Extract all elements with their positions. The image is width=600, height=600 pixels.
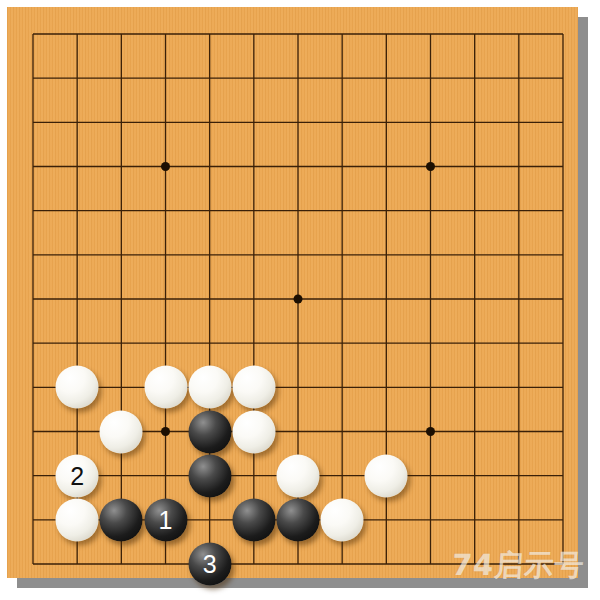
stone-white xyxy=(56,366,99,409)
watermark: 74启示号 xyxy=(450,546,585,586)
star-point xyxy=(161,427,170,436)
star-point xyxy=(161,162,170,171)
stone-black xyxy=(100,498,143,541)
stone-black xyxy=(232,498,275,541)
stone-white xyxy=(232,366,275,409)
stone-black: 1 xyxy=(144,498,187,541)
stone-black xyxy=(277,498,320,541)
stone-white xyxy=(232,410,275,453)
stone-white xyxy=(188,366,231,409)
stone-black xyxy=(188,410,231,453)
stone-black xyxy=(188,454,231,497)
star-point xyxy=(294,295,303,304)
go-diagram: 213 74启示号 xyxy=(0,0,600,600)
move-number-label: 2 xyxy=(70,463,84,488)
stone-white xyxy=(321,498,364,541)
stone-white xyxy=(56,498,99,541)
stone-white xyxy=(365,454,408,497)
stone-white xyxy=(100,410,143,453)
stone-white: 2 xyxy=(56,454,99,497)
star-point xyxy=(426,427,435,436)
go-board: 213 xyxy=(7,7,578,578)
star-point xyxy=(426,162,435,171)
move-number-label: 3 xyxy=(203,552,217,577)
stone-white xyxy=(144,366,187,409)
stone-white xyxy=(277,454,320,497)
stone-black: 3 xyxy=(188,543,231,586)
move-number-label: 1 xyxy=(159,507,173,532)
